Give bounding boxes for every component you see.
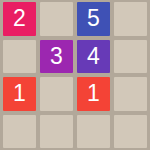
empty-cell-r1c4: [114, 2, 147, 36]
empty-cell-r4c4: [114, 115, 147, 149]
tile-4-r2c3: 4: [77, 40, 110, 74]
empty-cell-r3c2: [40, 77, 73, 111]
game-board[interactable]: 253411: [0, 0, 150, 150]
empty-cell-r2c4: [114, 40, 147, 74]
tile-1-r3c3: 1: [77, 77, 110, 111]
tile-5-r1c3: 5: [77, 2, 110, 36]
empty-cell-r4c3: [77, 115, 110, 149]
empty-cell-r2c1: [3, 40, 36, 74]
tile-3-r2c2: 3: [40, 40, 73, 74]
empty-cell-r4c2: [40, 115, 73, 149]
empty-cell-r4c1: [3, 115, 36, 149]
empty-cell-r1c2: [40, 2, 73, 36]
empty-cell-r3c4: [114, 77, 147, 111]
tile-2-r1c1: 2: [3, 2, 36, 36]
tile-1-r3c1: 1: [3, 77, 36, 111]
